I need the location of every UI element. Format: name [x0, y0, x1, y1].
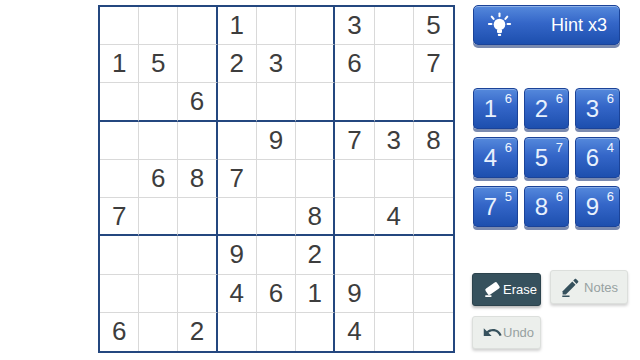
- cell-r8c8[interactable]: [375, 275, 414, 313]
- cell-r4c5[interactable]: 9: [257, 122, 296, 160]
- cell-r6c7[interactable]: [335, 198, 374, 236]
- cell-r9c4[interactable]: [218, 313, 257, 351]
- cell-r6c8[interactable]: 4: [375, 198, 414, 236]
- cell-r4c4[interactable]: [218, 122, 257, 160]
- digit-label: 7: [474, 187, 507, 226]
- cell-r2c2[interactable]: 5: [139, 45, 178, 83]
- numpad-button-9[interactable]: 96: [575, 186, 620, 227]
- cell-r1c1[interactable]: [100, 7, 139, 45]
- cell-r2c3[interactable]: [178, 45, 217, 83]
- hint-button[interactable]: Hint x3: [473, 5, 620, 45]
- cell-r4c2[interactable]: [139, 122, 178, 160]
- cell-r3c7[interactable]: [335, 83, 374, 121]
- cell-r7c5[interactable]: [257, 236, 296, 274]
- erase-label: Erase: [503, 282, 537, 297]
- cell-r7c1[interactable]: [100, 236, 139, 274]
- digit-label: 8: [525, 187, 558, 226]
- cell-r4c1[interactable]: [100, 122, 139, 160]
- cell-r9c7[interactable]: 4: [335, 313, 374, 351]
- cell-r9c6[interactable]: [296, 313, 335, 351]
- cell-r7c6[interactable]: 2: [296, 236, 335, 274]
- cell-r5c1[interactable]: [100, 160, 139, 198]
- cell-r6c6[interactable]: 8: [296, 198, 335, 236]
- cell-r3c6[interactable]: [296, 83, 335, 121]
- cell-r2c4[interactable]: 2: [218, 45, 257, 83]
- sudoku-app: 13515236769738687784924619624 Hint x3 16…: [0, 0, 640, 360]
- remaining-count: 5: [505, 189, 512, 204]
- cell-r4c8[interactable]: 3: [375, 122, 414, 160]
- cell-r3c1[interactable]: [100, 83, 139, 121]
- cell-r4c6[interactable]: [296, 122, 335, 160]
- digit-label: 9: [576, 187, 609, 226]
- undo-label: Undo: [503, 325, 534, 340]
- remaining-count: 6: [505, 91, 512, 106]
- undo-icon: [482, 322, 503, 343]
- remaining-count: 6: [607, 189, 614, 204]
- numpad-button-1[interactable]: 16: [473, 88, 518, 129]
- erase-button[interactable]: Erase: [472, 273, 541, 306]
- numpad-button-2[interactable]: 26: [524, 88, 569, 129]
- cell-r7c9[interactable]: [414, 236, 453, 274]
- digit-label: 5: [525, 138, 558, 177]
- cell-r5c4[interactable]: 7: [218, 160, 257, 198]
- cell-r4c3[interactable]: [178, 122, 217, 160]
- digit-label: 4: [474, 138, 507, 177]
- cell-r5c8[interactable]: [375, 160, 414, 198]
- cell-r6c3[interactable]: [178, 198, 217, 236]
- cell-r9c5[interactable]: [257, 313, 296, 351]
- remaining-count: 6: [556, 91, 563, 106]
- cell-r2c5[interactable]: 3: [257, 45, 296, 83]
- cell-r8c6[interactable]: 1: [296, 275, 335, 313]
- cell-r8c9[interactable]: [414, 275, 453, 313]
- sudoku-board: 13515236769738687784924619624: [98, 5, 455, 353]
- cell-r3c2[interactable]: [139, 83, 178, 121]
- cell-r3c5[interactable]: [257, 83, 296, 121]
- cell-r3c8[interactable]: [375, 83, 414, 121]
- cell-r7c2[interactable]: [139, 236, 178, 274]
- pencil-icon: [560, 277, 581, 298]
- cell-r7c8[interactable]: [375, 236, 414, 274]
- cell-r9c2[interactable]: [139, 313, 178, 351]
- cell-r1c3[interactable]: [178, 7, 217, 45]
- cell-r1c9[interactable]: 5: [414, 7, 453, 45]
- digit-label: 1: [474, 89, 507, 128]
- cell-r1c5[interactable]: [257, 7, 296, 45]
- cell-r5c5[interactable]: [257, 160, 296, 198]
- cell-r6c5[interactable]: [257, 198, 296, 236]
- cell-r7c3[interactable]: [178, 236, 217, 274]
- cell-r2c9[interactable]: 7: [414, 45, 453, 83]
- remaining-count: 7: [556, 140, 563, 155]
- cell-r2c6[interactable]: [296, 45, 335, 83]
- cell-r2c1[interactable]: 1: [100, 45, 139, 83]
- cell-r5c9[interactable]: [414, 160, 453, 198]
- cell-r9c3[interactable]: 2: [178, 313, 217, 351]
- cell-r3c4[interactable]: [218, 83, 257, 121]
- cell-r7c7[interactable]: [335, 236, 374, 274]
- numpad-button-5[interactable]: 57: [524, 137, 569, 178]
- digit-label: 2: [525, 89, 558, 128]
- cell-r1c2[interactable]: [139, 7, 178, 45]
- remaining-count: 6: [607, 91, 614, 106]
- undo-button[interactable]: Undo: [472, 316, 541, 349]
- cell-r2c8[interactable]: [375, 45, 414, 83]
- numpad-button-3[interactable]: 36: [575, 88, 620, 129]
- cell-r8c5[interactable]: 6: [257, 275, 296, 313]
- notes-button[interactable]: Notes: [550, 270, 628, 304]
- remaining-count: 6: [556, 189, 563, 204]
- cell-r8c7[interactable]: 9: [335, 275, 374, 313]
- cell-r1c4[interactable]: 1: [218, 7, 257, 45]
- numpad-button-4[interactable]: 46: [473, 137, 518, 178]
- cell-r6c1[interactable]: 7: [100, 198, 139, 236]
- numpad-button-7[interactable]: 75: [473, 186, 518, 227]
- digit-label: 6: [576, 138, 609, 177]
- cell-r3c3[interactable]: 6: [178, 83, 217, 121]
- lightbulb-icon: [486, 12, 513, 39]
- cell-r9c9[interactable]: [414, 313, 453, 351]
- cell-r7c4[interactable]: 9: [218, 236, 257, 274]
- cell-r4c7[interactable]: 7: [335, 122, 374, 160]
- notes-label: Notes: [584, 280, 618, 295]
- remaining-count: 4: [607, 140, 614, 155]
- digit-label: 3: [576, 89, 609, 128]
- cell-r9c8[interactable]: [375, 313, 414, 351]
- cell-r4c9[interactable]: 8: [414, 122, 453, 160]
- cell-r6c4[interactable]: [218, 198, 257, 236]
- numpad-button-8[interactable]: 86: [524, 186, 569, 227]
- remaining-count: 6: [505, 140, 512, 155]
- cell-r6c9[interactable]: [414, 198, 453, 236]
- cell-r1c7[interactable]: 3: [335, 7, 374, 45]
- cell-r1c8[interactable]: [375, 7, 414, 45]
- cell-r5c7[interactable]: [335, 160, 374, 198]
- cell-r3c9[interactable]: [414, 83, 453, 121]
- eraser-icon: [482, 279, 503, 300]
- hint-label: Hint x3: [551, 15, 607, 36]
- cell-r5c6[interactable]: [296, 160, 335, 198]
- cell-r2c7[interactable]: 6: [335, 45, 374, 83]
- cell-r5c2[interactable]: 6: [139, 160, 178, 198]
- cell-r8c1[interactable]: [100, 275, 139, 313]
- cell-r1c6[interactable]: [296, 7, 335, 45]
- cell-r9c1[interactable]: 6: [100, 313, 139, 351]
- numpad-button-6[interactable]: 64: [575, 137, 620, 178]
- cell-r8c2[interactable]: [139, 275, 178, 313]
- number-pad: 162636465764758696: [473, 88, 620, 227]
- cell-r5c3[interactable]: 8: [178, 160, 217, 198]
- cell-r8c4[interactable]: 4: [218, 275, 257, 313]
- cell-r8c3[interactable]: [178, 275, 217, 313]
- cell-r6c2[interactable]: [139, 198, 178, 236]
